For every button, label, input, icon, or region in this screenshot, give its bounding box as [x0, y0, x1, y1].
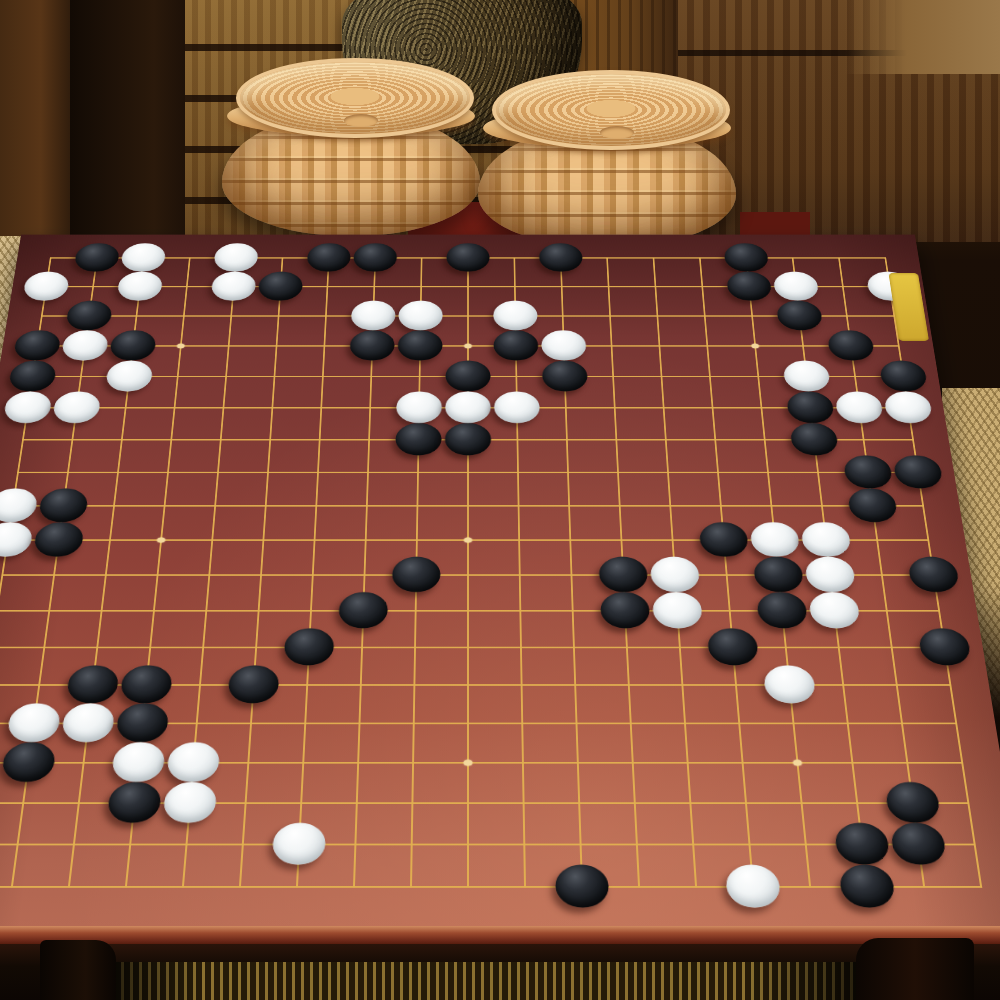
white-stone[interactable] — [493, 301, 538, 331]
board-cell[interactable] — [137, 489, 191, 523]
board-cell[interactable] — [921, 666, 980, 704]
white-stone[interactable] — [0, 488, 39, 522]
board-cell[interactable] — [881, 392, 935, 424]
board-cell[interactable] — [440, 743, 495, 783]
board-cell[interactable] — [708, 666, 765, 704]
black-stone[interactable] — [395, 423, 442, 455]
board-cell[interactable] — [54, 743, 114, 783]
board-cell[interactable] — [891, 456, 946, 489]
board-cell[interactable] — [303, 272, 351, 301]
board-cell[interactable] — [397, 301, 445, 331]
black-stone[interactable] — [115, 703, 169, 742]
board-cell[interactable] — [699, 557, 754, 592]
board-cell[interactable] — [165, 244, 214, 272]
board-cell[interactable] — [445, 244, 492, 272]
board-cell[interactable] — [545, 557, 598, 592]
board-cell[interactable] — [103, 361, 155, 392]
board-cell[interactable] — [68, 629, 125, 666]
white-stone[interactable] — [166, 742, 220, 782]
board-cell[interactable] — [256, 272, 305, 301]
board-cell[interactable] — [15, 629, 73, 666]
board-cell[interactable] — [104, 783, 164, 824]
board-cell[interactable] — [389, 593, 442, 629]
board-cell[interactable] — [592, 456, 644, 489]
board-cell[interactable] — [11, 331, 63, 361]
board-cell[interactable] — [298, 361, 348, 392]
black-stone[interactable] — [338, 592, 388, 628]
board-cell[interactable] — [0, 489, 41, 523]
board-cell[interactable] — [130, 557, 185, 592]
board-cell[interactable] — [59, 331, 111, 361]
board-cell[interactable] — [441, 666, 495, 704]
board-cell[interactable] — [648, 557, 702, 592]
board-cell[interactable] — [392, 489, 443, 523]
board-cell[interactable] — [239, 489, 292, 523]
board-cell[interactable] — [608, 824, 666, 866]
board-cell[interactable] — [761, 666, 818, 704]
board-cell[interactable] — [290, 489, 342, 523]
black-stone[interactable] — [699, 522, 749, 557]
board-cell[interactable] — [113, 704, 171, 743]
white-stone[interactable] — [396, 391, 442, 423]
board-cell[interactable] — [111, 301, 162, 331]
board-cell[interactable] — [893, 866, 956, 909]
white-stone[interactable] — [652, 592, 703, 628]
board-cell[interactable] — [491, 272, 538, 301]
board-cell[interactable] — [493, 523, 545, 558]
board-cell[interactable] — [41, 456, 95, 489]
board-cell[interactable] — [646, 523, 699, 558]
board-cell[interactable] — [440, 824, 497, 866]
board-cell[interactable] — [650, 593, 705, 629]
board-cell[interactable] — [48, 783, 108, 824]
board-cell[interactable] — [586, 301, 635, 331]
white-stone[interactable] — [398, 301, 443, 331]
board-cell[interactable] — [171, 666, 228, 704]
board-cell[interactable] — [539, 331, 588, 361]
white-stone[interactable] — [763, 665, 817, 703]
white-stone[interactable] — [773, 272, 820, 301]
board-cell[interactable] — [825, 331, 877, 361]
board-cell[interactable] — [652, 629, 707, 666]
board-cell[interactable] — [631, 272, 680, 301]
board-cell[interactable] — [888, 824, 950, 866]
board-cell[interactable] — [272, 783, 330, 824]
white-stone[interactable] — [445, 391, 491, 423]
board-cell[interactable] — [346, 361, 395, 392]
board-cell[interactable] — [443, 489, 494, 523]
board-cell[interactable] — [64, 666, 122, 704]
board-cell[interactable] — [219, 743, 277, 783]
board-cell[interactable] — [286, 557, 340, 592]
board-cell[interactable] — [395, 361, 444, 392]
board-cell[interactable] — [493, 456, 544, 489]
board-cell[interactable] — [832, 824, 893, 866]
board-cell[interactable] — [541, 392, 591, 424]
board-cell[interactable] — [439, 866, 496, 909]
board-cell[interactable] — [43, 824, 104, 866]
board-cell[interactable] — [799, 523, 854, 558]
board-cell[interactable] — [754, 593, 810, 629]
black-stone[interactable] — [349, 330, 395, 360]
white-stone[interactable] — [6, 703, 62, 742]
board-cell[interactable] — [443, 456, 493, 489]
board-cell[interactable] — [91, 456, 145, 489]
board-cell[interactable] — [944, 824, 1000, 866]
board-cell[interactable] — [818, 704, 877, 743]
board-cell[interactable] — [932, 743, 993, 783]
board-cell[interactable] — [390, 557, 442, 592]
board-cell[interactable] — [162, 272, 212, 301]
board-cell[interactable] — [678, 272, 727, 301]
board-cell[interactable] — [82, 523, 137, 558]
board-cell[interactable] — [100, 824, 161, 866]
board-cell[interactable] — [122, 629, 179, 666]
board-cell[interactable] — [145, 424, 198, 456]
board-cell[interactable] — [833, 392, 886, 424]
board-cell[interactable] — [234, 557, 288, 592]
board-cell[interactable] — [858, 593, 915, 629]
white-stone[interactable] — [804, 557, 856, 592]
white-stone[interactable] — [351, 301, 396, 331]
board-cell[interactable] — [661, 783, 719, 824]
board-cell[interactable] — [926, 704, 986, 743]
board-cell[interactable] — [242, 456, 294, 489]
board-cell[interactable] — [788, 424, 841, 456]
board-cell[interactable] — [537, 244, 584, 272]
board-cell[interactable] — [45, 424, 99, 456]
black-stone[interactable] — [0, 742, 56, 782]
board-cell[interactable] — [837, 424, 891, 456]
white-stone[interactable] — [120, 243, 166, 271]
board-cell[interactable] — [10, 666, 69, 704]
board-cell[interactable] — [72, 244, 122, 272]
board-cell[interactable] — [886, 424, 940, 456]
black-stone[interactable] — [227, 665, 279, 703]
board-cell[interactable] — [553, 866, 611, 909]
board-cell[interactable] — [784, 392, 837, 424]
board-cell[interactable] — [384, 783, 440, 824]
white-stone[interactable] — [494, 391, 540, 423]
board-cell[interactable] — [152, 866, 213, 909]
board-cell[interactable] — [222, 704, 279, 743]
board-cell[interactable] — [860, 244, 911, 272]
board-cell[interactable] — [585, 272, 633, 301]
board-cell[interactable] — [868, 666, 927, 704]
board-cell[interactable] — [68, 272, 119, 301]
board-cell[interactable] — [134, 523, 189, 558]
black-stone[interactable] — [889, 823, 947, 865]
board-cell[interactable] — [697, 523, 751, 558]
black-stone[interactable] — [109, 330, 157, 360]
board-cell[interactable] — [191, 456, 244, 489]
board-cell[interactable] — [916, 629, 975, 666]
black-stone[interactable] — [555, 865, 609, 908]
black-stone[interactable] — [843, 455, 894, 488]
board-cell[interactable] — [185, 523, 239, 558]
board-cell[interactable] — [344, 424, 395, 456]
board-cell[interactable] — [349, 301, 397, 331]
board-cell[interactable] — [336, 593, 390, 629]
board-cell[interactable] — [606, 783, 664, 824]
board-cell[interactable] — [237, 523, 290, 558]
black-stone[interactable] — [776, 301, 824, 331]
board-cell[interactable] — [16, 301, 68, 331]
board-cell[interactable] — [496, 866, 554, 909]
board-cell[interactable] — [59, 704, 118, 743]
board-cell[interactable] — [164, 743, 222, 783]
board-cell[interactable] — [802, 557, 858, 592]
board-cell[interactable] — [398, 244, 445, 272]
board-cell[interactable] — [351, 244, 398, 272]
board-cell[interactable] — [590, 392, 641, 424]
board-cell[interactable] — [141, 456, 194, 489]
board-cell[interactable] — [301, 301, 350, 331]
board-cell[interactable] — [768, 244, 818, 272]
board-cell[interactable] — [444, 331, 492, 361]
white-stone[interactable] — [116, 272, 163, 301]
board-cell[interactable] — [107, 331, 158, 361]
board-cell[interactable] — [689, 424, 741, 456]
board-cell[interactable] — [810, 629, 867, 666]
board-cell[interactable] — [200, 361, 251, 392]
board-cell[interactable] — [244, 424, 296, 456]
board-cell[interactable] — [610, 866, 669, 909]
board-cell[interactable] — [175, 629, 231, 666]
board-cell[interactable] — [758, 629, 815, 666]
black-stone[interactable] — [827, 330, 876, 360]
board-cell[interactable] — [733, 361, 785, 392]
board-cell[interactable] — [495, 666, 549, 704]
board-cell[interactable] — [339, 523, 391, 558]
board-cell[interactable] — [748, 523, 803, 558]
white-stone[interactable] — [52, 391, 102, 423]
board-cell[interactable] — [821, 301, 872, 331]
board-cell[interactable] — [188, 489, 241, 523]
board-cell[interactable] — [745, 489, 799, 523]
board-cell[interactable] — [682, 331, 732, 361]
board-cell[interactable] — [270, 824, 328, 866]
board-cell[interactable] — [109, 743, 168, 783]
board-cell[interactable] — [0, 424, 50, 456]
board-cell[interactable] — [702, 593, 757, 629]
board-cell[interactable] — [288, 523, 341, 558]
board-cell[interactable] — [494, 593, 547, 629]
board-cell[interactable] — [115, 272, 165, 301]
board-cell[interactable] — [493, 489, 544, 523]
board-cell[interactable] — [95, 424, 148, 456]
board-cell[interactable] — [87, 489, 142, 523]
white-stone[interactable] — [782, 361, 831, 392]
black-stone[interactable] — [38, 488, 90, 522]
board-cell[interactable] — [332, 704, 388, 743]
black-stone[interactable] — [13, 330, 62, 360]
board-cell[interactable] — [772, 783, 832, 824]
board-cell[interactable] — [492, 331, 540, 361]
board-cell[interactable] — [216, 783, 274, 824]
board-cell[interactable] — [277, 704, 333, 743]
board-cell[interactable] — [629, 244, 677, 272]
black-stone[interactable] — [786, 391, 835, 423]
board-cell[interactable] — [640, 424, 692, 456]
white-stone[interactable] — [725, 865, 782, 908]
board-cell[interactable] — [720, 824, 780, 866]
white-stone[interactable] — [272, 823, 326, 865]
board-cell[interactable] — [829, 361, 882, 392]
black-stone[interactable] — [600, 592, 650, 628]
board-cell[interactable] — [325, 866, 383, 909]
black-stone[interactable] — [307, 243, 352, 271]
board-cell[interactable] — [178, 593, 233, 629]
black-stone[interactable] — [258, 272, 304, 301]
board-cell[interactable] — [543, 456, 594, 489]
board-cell[interactable] — [391, 523, 443, 558]
board-cell[interactable] — [382, 866, 440, 909]
board-cell[interactable] — [938, 783, 1000, 824]
board-cell[interactable] — [882, 783, 943, 824]
board-cell[interactable] — [551, 783, 608, 824]
black-stone[interactable] — [445, 423, 491, 455]
board-cell[interactable] — [587, 331, 636, 361]
board-cell[interactable] — [198, 392, 250, 424]
white-stone[interactable] — [61, 330, 110, 360]
board-cell[interactable] — [845, 489, 900, 523]
board-cell[interactable] — [118, 666, 175, 704]
black-stone[interactable] — [907, 557, 960, 592]
board-cell[interactable] — [854, 557, 911, 592]
board-cell[interactable] — [774, 301, 825, 331]
board-cell[interactable] — [738, 424, 791, 456]
board-cell[interactable] — [95, 866, 156, 909]
board-cell[interactable] — [156, 824, 216, 866]
board-cell[interactable] — [0, 824, 48, 866]
black-stone[interactable] — [119, 665, 173, 703]
board-cell[interactable] — [155, 331, 206, 361]
board-cell[interactable] — [328, 783, 385, 824]
board-cell[interactable] — [338, 557, 391, 592]
board-cell[interactable] — [284, 593, 338, 629]
white-stone[interactable] — [111, 742, 166, 782]
board-cell[interactable] — [73, 593, 130, 629]
board-cell[interactable] — [36, 489, 91, 523]
board-cell[interactable] — [305, 244, 353, 272]
black-stone[interactable] — [106, 782, 162, 823]
black-stone[interactable] — [398, 330, 443, 360]
board-cell[interactable] — [594, 489, 646, 523]
board-cell[interactable] — [251, 331, 301, 361]
board-cell[interactable] — [168, 704, 226, 743]
board-cell[interactable] — [326, 824, 384, 866]
board-cell[interactable] — [676, 244, 725, 272]
board-cell[interactable] — [722, 244, 771, 272]
board-cell[interactable] — [182, 557, 237, 592]
black-stone[interactable] — [834, 823, 891, 865]
board-cell[interactable] — [827, 783, 887, 824]
white-stone[interactable] — [0, 522, 34, 557]
board-cell[interactable] — [275, 743, 332, 783]
board-cell[interactable] — [152, 361, 204, 392]
board-cell[interactable] — [342, 456, 393, 489]
black-stone[interactable] — [726, 272, 773, 301]
black-stone[interactable] — [353, 243, 397, 271]
board-cell[interactable] — [491, 244, 538, 272]
board-cell[interactable] — [213, 824, 272, 866]
board-cell[interactable] — [598, 593, 652, 629]
board-cell[interactable] — [583, 244, 631, 272]
board-cell[interactable] — [771, 272, 821, 301]
board-cell[interactable] — [38, 866, 100, 909]
board-cell[interactable] — [546, 593, 600, 629]
board-cell[interactable] — [751, 557, 806, 592]
board-cell[interactable] — [595, 523, 648, 558]
black-stone[interactable] — [8, 361, 58, 392]
black-stone[interactable] — [65, 301, 113, 331]
board-cell[interactable] — [543, 489, 595, 523]
board-cell[interactable] — [0, 783, 54, 824]
board-cell[interactable] — [591, 424, 642, 456]
board-cell[interactable] — [849, 523, 905, 558]
board-cell[interactable] — [78, 557, 134, 592]
white-stone[interactable] — [162, 782, 217, 823]
board-cell[interactable] — [711, 704, 769, 743]
board-cell[interactable] — [814, 244, 864, 272]
black-stone[interactable] — [789, 423, 839, 455]
board-cell[interactable] — [397, 272, 444, 301]
board-cell[interactable] — [659, 743, 717, 783]
black-stone[interactable] — [917, 628, 972, 665]
board-cell[interactable] — [20, 593, 77, 629]
board-cell[interactable] — [492, 301, 540, 331]
board-cell[interactable] — [900, 523, 956, 558]
board-cell[interactable] — [657, 704, 714, 743]
black-stone[interactable] — [392, 557, 441, 592]
black-stone[interactable] — [66, 665, 120, 703]
white-stone[interactable] — [105, 361, 154, 392]
board-cell[interactable] — [633, 301, 682, 331]
board-cell[interactable] — [780, 866, 841, 909]
board-cell[interactable] — [877, 361, 930, 392]
board-cell[interactable] — [31, 523, 87, 558]
board-cell[interactable] — [443, 424, 493, 456]
black-stone[interactable] — [707, 628, 759, 665]
black-stone[interactable] — [542, 361, 588, 392]
board-cell[interactable] — [385, 743, 441, 783]
board-cell[interactable] — [118, 244, 168, 272]
white-stone[interactable] — [213, 243, 259, 271]
board-cell[interactable] — [823, 743, 883, 783]
board-cell[interactable] — [99, 392, 152, 424]
board-cell[interactable] — [642, 456, 694, 489]
board-cell[interactable] — [1, 392, 55, 424]
board-cell[interactable] — [210, 866, 270, 909]
board-cell[interactable] — [664, 824, 723, 866]
board-cell[interactable] — [330, 743, 386, 783]
board-cell[interactable] — [493, 424, 543, 456]
board-cell[interactable] — [441, 704, 496, 743]
white-stone[interactable] — [749, 522, 800, 557]
black-stone[interactable] — [753, 557, 805, 592]
board-cell[interactable] — [730, 331, 781, 361]
board-cell[interactable] — [539, 301, 587, 331]
black-stone[interactable] — [847, 488, 899, 522]
board-cell[interactable] — [492, 392, 541, 424]
white-stone[interactable] — [3, 391, 53, 423]
board-cell[interactable] — [603, 704, 659, 743]
board-cell[interactable] — [0, 866, 43, 909]
board-cell[interactable] — [388, 629, 442, 666]
board-cell[interactable] — [206, 301, 256, 331]
board-cell[interactable] — [604, 743, 661, 783]
